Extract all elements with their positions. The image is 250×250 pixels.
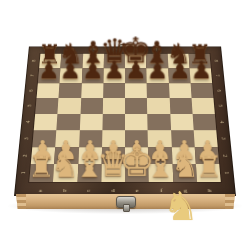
finger-joint-left [16,194,26,209]
square-f7[interactable]: ♟ [146,68,168,83]
coord-label-5: 5 [209,102,232,110]
coord-label-d: d [101,187,125,193]
square-f4[interactable] [147,114,170,130]
square-d6[interactable] [103,83,125,98]
square-c4[interactable] [79,114,102,130]
coord-label-h: h [197,187,222,193]
coord-label-3: 3 [212,134,235,142]
coord-label-1: 1 [215,169,239,178]
square-f5[interactable] [147,98,170,114]
square-g6[interactable] [169,83,192,98]
coord-label-1: 1 [11,169,35,178]
square-b6[interactable] [59,83,82,98]
coord-label-c: c [77,187,101,193]
black-pawn-d7[interactable]: ♟ [103,58,125,82]
coord-label-7: 7 [207,72,229,79]
coord-label-b: b [52,187,76,193]
square-b4[interactable] [57,114,81,130]
latch-icon [116,196,136,208]
coord-label-6: 6 [20,87,42,95]
coord-label-6: 6 [208,87,230,95]
coord-label-4: 4 [211,118,234,126]
finger-joint-right [225,194,235,209]
coord-label-a: a [28,187,53,193]
square-g4[interactable] [170,114,194,130]
square-c6[interactable] [81,83,103,98]
black-pawn-b7[interactable]: ♟ [60,58,82,82]
chess-set-photo: ♜♞♝♛♚♝♞♜♟♟♟♟♟♟♟♟♟♟♟♟♟♟♟♟♜♞♝♛♚♝♞♜ abcdefg… [0,0,250,250]
square-d4[interactable] [102,114,125,130]
square-b7[interactable]: ♟ [60,68,82,83]
square-e4[interactable] [125,114,148,130]
coord-label-3: 3 [15,134,38,142]
square-b5[interactable] [58,98,81,114]
square-e7[interactable]: ♟ [125,68,147,83]
square-f6[interactable] [147,83,169,98]
coord-label-5: 5 [18,102,41,110]
black-pawn-g7[interactable]: ♟ [169,58,191,82]
black-pawn-f7[interactable]: ♟ [147,58,169,82]
coord-label-8: 8 [23,57,45,64]
square-g7[interactable]: ♟ [168,68,190,83]
square-c5[interactable] [80,98,103,114]
board-grid: ♜♞♝♛♚♝♞♜♟♟♟♟♟♟♟♟♟♟♟♟♟♟♟♟♜♞♝♛♚♝♞♜ [29,54,221,182]
coord-label-e: e [125,187,149,193]
square-e5[interactable] [125,98,147,114]
watermark-knight-icon: ♞ [163,186,199,226]
black-pawn-c7[interactable]: ♟ [81,58,103,82]
coord-label-2: 2 [13,151,37,160]
square-c7[interactable]: ♟ [81,68,103,83]
coord-label-2: 2 [213,151,237,160]
chess-board: ♜♞♝♛♚♝♞♜♟♟♟♟♟♟♟♟♟♟♟♟♟♟♟♟♜♞♝♛♚♝♞♜ abcdefg… [14,47,236,196]
square-e6[interactable] [125,83,147,98]
square-d7[interactable]: ♟ [103,68,125,83]
square-d5[interactable] [103,98,125,114]
square-g5[interactable] [169,98,192,114]
coord-label-7: 7 [21,72,43,79]
coord-label-8: 8 [206,57,228,64]
coord-label-4: 4 [16,118,39,126]
black-pawn-e7[interactable]: ♟ [125,58,147,82]
square-f1[interactable]: ♝ [149,164,173,182]
square-g1[interactable]: ♞ [172,164,197,182]
board-scene: ♜♞♝♛♚♝♞♜♟♟♟♟♟♟♟♟♟♟♟♟♟♟♟♟♜♞♝♛♚♝♞♜ abcdefg… [14,0,236,196]
